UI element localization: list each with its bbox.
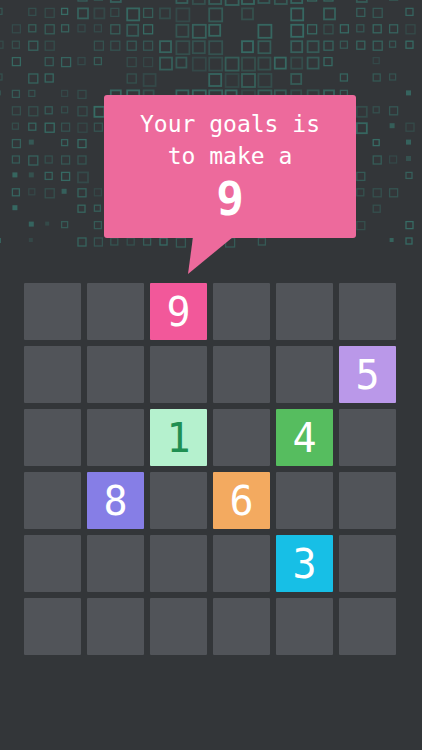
cell-r5c6 <box>339 535 396 592</box>
cell-r6c2 <box>87 598 144 655</box>
goal-tooltip-line1: Your goals is <box>104 108 356 140</box>
cell-r3c4 <box>213 409 270 466</box>
tile-3-r5c5[interactable]: 3 <box>276 535 333 592</box>
tile-4-r3c5[interactable]: 4 <box>276 409 333 466</box>
goal-tooltip-line2: to make a <box>104 140 356 172</box>
cell-r5c1 <box>24 535 81 592</box>
cell-r5c4 <box>213 535 270 592</box>
goal-tooltip: Your goals is to make a 9 <box>104 95 356 238</box>
cell-r1c2 <box>87 283 144 340</box>
cell-r4c3 <box>150 472 207 529</box>
cell-r2c1 <box>24 346 81 403</box>
cell-r2c3 <box>150 346 207 403</box>
cell-r6c5 <box>276 598 333 655</box>
cell-r2c4 <box>213 346 270 403</box>
cell-r1c5 <box>276 283 333 340</box>
cell-r5c2 <box>87 535 144 592</box>
goal-tooltip-tail-shape <box>188 237 233 274</box>
cell-r2c5 <box>276 346 333 403</box>
cell-r3c1 <box>24 409 81 466</box>
tile-6-r4c4[interactable]: 6 <box>213 472 270 529</box>
cell-r2c2 <box>87 346 144 403</box>
cell-r6c3 <box>150 598 207 655</box>
cell-r5c3 <box>150 535 207 592</box>
game-screen: { "game": "number merge puzzle (make the… <box>0 0 422 750</box>
cell-r6c1 <box>24 598 81 655</box>
tile-8-r4c2[interactable]: 8 <box>87 472 144 529</box>
goal-number: 9 <box>104 174 356 224</box>
cell-r1c1 <box>24 283 81 340</box>
game-board: 9514863 <box>24 283 396 655</box>
cell-r3c6 <box>339 409 396 466</box>
cell-r1c6 <box>339 283 396 340</box>
cell-r6c6 <box>339 598 396 655</box>
cell-r4c5 <box>276 472 333 529</box>
goal-tooltip-tail <box>104 237 356 277</box>
cell-r4c1 <box>24 472 81 529</box>
tile-1-r3c3[interactable]: 1 <box>150 409 207 466</box>
cell-r4c6 <box>339 472 396 529</box>
tile-9-r1c3[interactable]: 9 <box>150 283 207 340</box>
tile-5-r2c6[interactable]: 5 <box>339 346 396 403</box>
cell-r6c4 <box>213 598 270 655</box>
cell-r3c2 <box>87 409 144 466</box>
cell-r1c4 <box>213 283 270 340</box>
